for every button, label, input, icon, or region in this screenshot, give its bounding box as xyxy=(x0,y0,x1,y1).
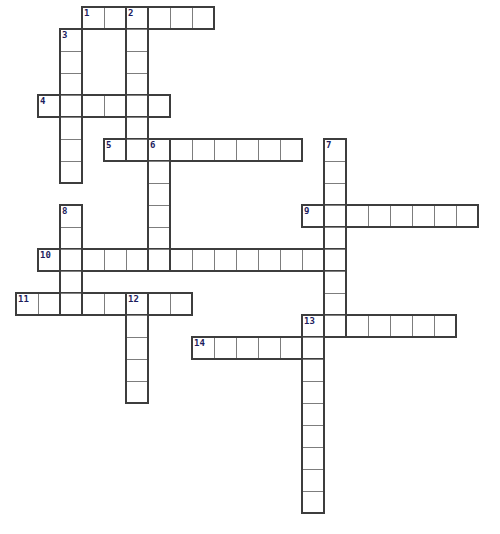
clue-number-12: 12 xyxy=(128,294,139,304)
clue-number-3: 3 xyxy=(62,30,67,40)
clue-number-11: 11 xyxy=(18,294,29,304)
clue-number-6: 6 xyxy=(150,140,155,150)
clue-number-5: 5 xyxy=(106,140,111,150)
clue-number-4: 4 xyxy=(40,96,45,106)
crossword-board: 1234567891011121314 xyxy=(0,0,500,534)
clue-number-8: 8 xyxy=(62,206,67,216)
clue-number-7: 7 xyxy=(326,140,331,150)
clue-number-13: 13 xyxy=(304,316,315,326)
clue-number-14: 14 xyxy=(194,338,205,348)
clue-number-1: 1 xyxy=(84,8,89,18)
clue-numbers-layer: 1234567891011121314 xyxy=(0,0,500,534)
clue-number-9: 9 xyxy=(304,206,309,216)
clue-number-10: 10 xyxy=(40,250,51,260)
clue-number-2: 2 xyxy=(128,8,133,18)
